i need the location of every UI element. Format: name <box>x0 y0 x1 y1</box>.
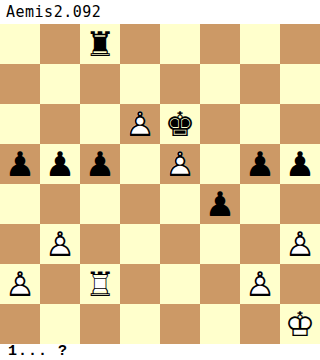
square-c1[interactable] <box>80 304 120 344</box>
piece-outline: ♙ <box>160 144 200 184</box>
square-g2[interactable]: ♟♙ <box>240 264 280 304</box>
black-pawn[interactable]: ♟ <box>40 144 80 184</box>
square-g1[interactable] <box>240 304 280 344</box>
square-a7[interactable] <box>0 64 40 104</box>
black-pawn[interactable]: ♟ <box>280 144 320 184</box>
square-b3[interactable]: ♟♙ <box>40 224 80 264</box>
square-b2[interactable] <box>40 264 80 304</box>
square-f8[interactable] <box>200 24 240 64</box>
square-d8[interactable] <box>120 24 160 64</box>
square-h5[interactable]: ♟ <box>280 144 320 184</box>
square-c4[interactable] <box>80 184 120 224</box>
black-pawn[interactable]: ♟ <box>80 144 120 184</box>
square-d1[interactable] <box>120 304 160 344</box>
white-pawn[interactable]: ♟♙ <box>280 224 320 264</box>
piece-fill: ♟ <box>200 184 240 224</box>
square-f1[interactable] <box>200 304 240 344</box>
black-pawn[interactable]: ♟ <box>200 184 240 224</box>
square-a3[interactable] <box>0 224 40 264</box>
square-d5[interactable] <box>120 144 160 184</box>
white-pawn[interactable]: ♟♙ <box>240 264 280 304</box>
square-b7[interactable] <box>40 64 80 104</box>
square-d6[interactable]: ♟♙ <box>120 104 160 144</box>
white-pawn[interactable]: ♟♙ <box>160 144 200 184</box>
piece-fill: ♜ <box>80 24 120 64</box>
square-e3[interactable] <box>160 224 200 264</box>
square-e5[interactable]: ♟♙ <box>160 144 200 184</box>
piece-outline: ♙ <box>280 224 320 264</box>
piece-outline: ♙ <box>120 104 160 144</box>
square-c2[interactable]: ♜♖ <box>80 264 120 304</box>
square-c5[interactable]: ♟ <box>80 144 120 184</box>
piece-outline: ♙ <box>240 264 280 304</box>
square-g5[interactable]: ♟ <box>240 144 280 184</box>
square-h7[interactable] <box>280 64 320 104</box>
square-f5[interactable] <box>200 144 240 184</box>
square-c6[interactable] <box>80 104 120 144</box>
black-king[interactable]: ♚ <box>160 104 200 144</box>
square-e1[interactable] <box>160 304 200 344</box>
square-g7[interactable] <box>240 64 280 104</box>
square-c8[interactable]: ♜ <box>80 24 120 64</box>
piece-fill: ♟ <box>240 144 280 184</box>
square-b6[interactable] <box>40 104 80 144</box>
piece-outline: ♔ <box>280 304 320 344</box>
square-d2[interactable] <box>120 264 160 304</box>
square-d4[interactable] <box>120 184 160 224</box>
square-d7[interactable] <box>120 64 160 104</box>
square-a1[interactable] <box>0 304 40 344</box>
square-e2[interactable] <box>160 264 200 304</box>
square-b4[interactable] <box>40 184 80 224</box>
chess-app: Aemis2.092 ♜♟♙♚♟♟♟♟♙♟♟♟♟♙♟♙♟♙♜♖♟♙♚♔ 1...… <box>0 0 320 360</box>
black-rook[interactable]: ♜ <box>80 24 120 64</box>
square-a5[interactable]: ♟ <box>0 144 40 184</box>
square-g3[interactable] <box>240 224 280 264</box>
white-rook[interactable]: ♜♖ <box>80 264 120 304</box>
white-pawn[interactable]: ♟♙ <box>120 104 160 144</box>
square-a8[interactable] <box>0 24 40 64</box>
square-e6[interactable]: ♚ <box>160 104 200 144</box>
piece-outline: ♙ <box>40 224 80 264</box>
square-f2[interactable] <box>200 264 240 304</box>
piece-fill: ♟ <box>280 144 320 184</box>
square-g8[interactable] <box>240 24 280 64</box>
square-h8[interactable] <box>280 24 320 64</box>
white-pawn[interactable]: ♟♙ <box>40 224 80 264</box>
chess-board: ♜♟♙♚♟♟♟♟♙♟♟♟♟♙♟♙♟♙♜♖♟♙♚♔ <box>0 24 320 344</box>
square-b1[interactable] <box>40 304 80 344</box>
white-king[interactable]: ♚♔ <box>280 304 320 344</box>
square-h4[interactable] <box>280 184 320 224</box>
square-h6[interactable] <box>280 104 320 144</box>
piece-fill: ♟ <box>40 144 80 184</box>
square-a6[interactable] <box>0 104 40 144</box>
white-pawn[interactable]: ♟♙ <box>0 264 40 304</box>
square-b8[interactable] <box>40 24 80 64</box>
square-d3[interactable] <box>120 224 160 264</box>
piece-fill: ♚ <box>160 104 200 144</box>
square-a2[interactable]: ♟♙ <box>0 264 40 304</box>
square-f7[interactable] <box>200 64 240 104</box>
square-h1[interactable]: ♚♔ <box>280 304 320 344</box>
square-c3[interactable] <box>80 224 120 264</box>
piece-outline: ♙ <box>0 264 40 304</box>
black-pawn[interactable]: ♟ <box>240 144 280 184</box>
piece-fill: ♟ <box>80 144 120 184</box>
square-f3[interactable] <box>200 224 240 264</box>
square-g4[interactable] <box>240 184 280 224</box>
square-b5[interactable]: ♟ <box>40 144 80 184</box>
move-prompt: 1... ? <box>0 344 320 360</box>
square-h2[interactable] <box>280 264 320 304</box>
piece-fill: ♟ <box>0 144 40 184</box>
square-e4[interactable] <box>160 184 200 224</box>
square-a4[interactable] <box>0 184 40 224</box>
square-f6[interactable] <box>200 104 240 144</box>
square-c7[interactable] <box>80 64 120 104</box>
page-title: Aemis2.092 <box>0 0 320 24</box>
square-e7[interactable] <box>160 64 200 104</box>
square-f4[interactable]: ♟ <box>200 184 240 224</box>
square-e8[interactable] <box>160 24 200 64</box>
black-pawn[interactable]: ♟ <box>0 144 40 184</box>
piece-outline: ♖ <box>80 264 120 304</box>
square-h3[interactable]: ♟♙ <box>280 224 320 264</box>
square-g6[interactable] <box>240 104 280 144</box>
